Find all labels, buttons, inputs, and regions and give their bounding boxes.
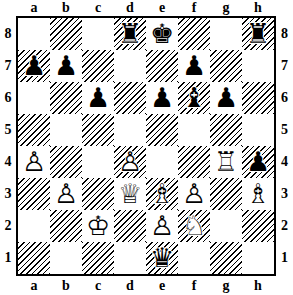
square-h4[interactable]: ♟♟ xyxy=(242,146,274,178)
file-label-bottom-a: a xyxy=(18,276,50,295)
square-a6[interactable] xyxy=(18,82,50,114)
square-e1[interactable]: ♛♛ xyxy=(146,242,178,274)
square-e6[interactable]: ♟♟ xyxy=(146,82,178,114)
rank-label-right-4: 4 xyxy=(276,146,293,178)
square-g4[interactable]: ♜♖ xyxy=(210,146,242,178)
square-c3[interactable] xyxy=(82,178,114,210)
file-label-top-h: h xyxy=(242,0,274,16)
square-b5[interactable] xyxy=(50,114,82,146)
black-pawn-icon: ♟ xyxy=(242,146,274,178)
file-label-bottom-d: d xyxy=(114,276,146,295)
square-h2[interactable] xyxy=(242,210,274,242)
square-b8[interactable] xyxy=(50,18,82,50)
square-b7[interactable]: ♟♟ xyxy=(50,50,82,82)
file-label-top-f: f xyxy=(178,0,210,16)
black-queen-icon: ♛ xyxy=(146,242,178,274)
square-c8[interactable] xyxy=(82,18,114,50)
file-label-top-e: e xyxy=(146,0,178,16)
rank-label-right-7: 7 xyxy=(276,50,293,82)
black-rook-icon: ♜ xyxy=(114,18,146,50)
white-pawn-icon: ♙ xyxy=(18,146,50,178)
square-f2[interactable]: ♞♘ xyxy=(178,210,210,242)
square-d7[interactable] xyxy=(114,50,146,82)
square-f7[interactable]: ♟♟ xyxy=(178,50,210,82)
file-label-top-g: g xyxy=(210,0,242,16)
rank-label-right-5: 5 xyxy=(276,114,293,146)
white-pawn-icon: ♙ xyxy=(50,178,82,210)
black-pawn-icon: ♟ xyxy=(50,50,82,82)
file-label-top-d: d xyxy=(114,0,146,16)
square-c5[interactable] xyxy=(82,114,114,146)
rank-label-left-6: 6 xyxy=(0,82,16,114)
white-pawn-icon: ♙ xyxy=(114,146,146,178)
square-b2[interactable] xyxy=(50,210,82,242)
square-h7[interactable] xyxy=(242,50,274,82)
square-e8[interactable]: ♚♚ xyxy=(146,18,178,50)
square-a8[interactable] xyxy=(18,18,50,50)
square-e4[interactable] xyxy=(146,146,178,178)
square-h6[interactable] xyxy=(242,82,274,114)
square-d5[interactable] xyxy=(114,114,146,146)
white-queen-icon: ♕ xyxy=(114,178,146,210)
black-pawn-icon: ♟ xyxy=(210,82,242,114)
square-h8[interactable]: ♜♜ xyxy=(242,18,274,50)
rank-label-left-7: 7 xyxy=(0,50,16,82)
file-label-bottom-e: e xyxy=(146,276,178,295)
square-a2[interactable] xyxy=(18,210,50,242)
file-label-bottom-f: f xyxy=(178,276,210,295)
rank-label-right-2: 2 xyxy=(276,210,293,242)
rank-label-left-4: 4 xyxy=(0,146,16,178)
white-bishop-icon: ♗ xyxy=(146,178,178,210)
square-b6[interactable] xyxy=(50,82,82,114)
square-d4[interactable]: ♟♙ xyxy=(114,146,146,178)
rank-label-right-1: 1 xyxy=(276,242,293,274)
square-a7[interactable]: ♟♟ xyxy=(18,50,50,82)
square-d6[interactable] xyxy=(114,82,146,114)
square-g3[interactable] xyxy=(210,178,242,210)
square-a4[interactable]: ♟♙ xyxy=(18,146,50,178)
square-c4[interactable] xyxy=(82,146,114,178)
white-pawn-icon: ♙ xyxy=(178,178,210,210)
rank-label-left-2: 2 xyxy=(0,210,16,242)
square-b3[interactable]: ♟♙ xyxy=(50,178,82,210)
file-label-top-c: c xyxy=(82,0,114,16)
file-label-bottom-b: b xyxy=(50,276,82,295)
black-bishop-icon: ♝ xyxy=(178,82,210,114)
square-g1[interactable] xyxy=(210,242,242,274)
rank-label-left-5: 5 xyxy=(0,114,16,146)
black-pawn-icon: ♟ xyxy=(82,82,114,114)
square-h5[interactable] xyxy=(242,114,274,146)
rank-label-right-8: 8 xyxy=(276,18,293,50)
square-f4[interactable] xyxy=(178,146,210,178)
square-d1[interactable] xyxy=(114,242,146,274)
chess-diagram: abcdefgh abcdefgh 87654321 87654321 ♜♜♚♚… xyxy=(0,0,293,295)
file-label-bottom-c: c xyxy=(82,276,114,295)
square-g2[interactable] xyxy=(210,210,242,242)
white-rook-icon: ♖ xyxy=(210,146,242,178)
square-e2[interactable]: ♟♙ xyxy=(146,210,178,242)
rank-label-left-1: 1 xyxy=(0,242,16,274)
square-e5[interactable] xyxy=(146,114,178,146)
square-f6[interactable]: ♝♝ xyxy=(178,82,210,114)
black-pawn-icon: ♟ xyxy=(178,50,210,82)
square-b4[interactable] xyxy=(50,146,82,178)
square-c6[interactable]: ♟♟ xyxy=(82,82,114,114)
square-g6[interactable]: ♟♟ xyxy=(210,82,242,114)
square-h3[interactable]: ♝♗ xyxy=(242,178,274,210)
file-label-top-b: b xyxy=(50,0,82,16)
file-label-bottom-g: g xyxy=(210,276,242,295)
rank-label-left-3: 3 xyxy=(0,178,16,210)
white-bishop-icon: ♗ xyxy=(242,178,274,210)
square-e3[interactable]: ♝♗ xyxy=(146,178,178,210)
white-pawn-icon: ♙ xyxy=(146,210,178,242)
square-d3[interactable]: ♛♕ xyxy=(114,178,146,210)
square-g7[interactable] xyxy=(210,50,242,82)
square-c7[interactable] xyxy=(82,50,114,82)
file-label-bottom-h: h xyxy=(242,276,274,295)
black-rook-icon: ♜ xyxy=(242,18,274,50)
square-c2[interactable]: ♚♔ xyxy=(82,210,114,242)
white-knight-icon: ♘ xyxy=(178,210,210,242)
square-h1[interactable] xyxy=(242,242,274,274)
square-d8[interactable]: ♜♜ xyxy=(114,18,146,50)
rank-label-left-8: 8 xyxy=(0,18,16,50)
rank-label-right-3: 3 xyxy=(276,178,293,210)
square-f3[interactable]: ♟♙ xyxy=(178,178,210,210)
square-a3[interactable] xyxy=(18,178,50,210)
chess-board: ♜♜♚♚♜♜♟♟♟♟♟♟♟♟♟♟♝♝♟♟♟♙♟♙♜♖♟♟♟♙♛♕♝♗♟♙♝♗♚♔… xyxy=(16,16,276,276)
square-b1[interactable] xyxy=(50,242,82,274)
square-g5[interactable] xyxy=(210,114,242,146)
file-label-top-a: a xyxy=(18,0,50,16)
black-king-icon: ♚ xyxy=(146,18,178,50)
square-g8[interactable] xyxy=(210,18,242,50)
black-pawn-icon: ♟ xyxy=(18,50,50,82)
square-e7[interactable] xyxy=(146,50,178,82)
square-f8[interactable] xyxy=(178,18,210,50)
rank-label-right-6: 6 xyxy=(276,82,293,114)
square-a5[interactable] xyxy=(18,114,50,146)
black-pawn-icon: ♟ xyxy=(146,82,178,114)
square-d2[interactable] xyxy=(114,210,146,242)
square-f1[interactable] xyxy=(178,242,210,274)
square-c1[interactable] xyxy=(82,242,114,274)
square-f5[interactable] xyxy=(178,114,210,146)
white-king-icon: ♔ xyxy=(82,210,114,242)
square-a1[interactable] xyxy=(18,242,50,274)
